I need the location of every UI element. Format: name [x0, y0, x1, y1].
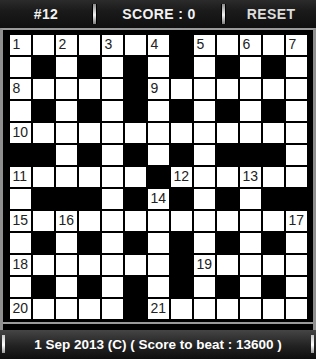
block-cell [125, 101, 146, 121]
letter-cell[interactable]: 3 [102, 35, 123, 55]
block-cell [286, 189, 307, 209]
block-cell [171, 233, 192, 253]
letter-cell[interactable] [217, 35, 238, 55]
letter-cell[interactable] [263, 299, 284, 319]
block-cell [125, 145, 146, 165]
letter-cell[interactable] [217, 79, 238, 99]
letter-cell[interactable] [56, 277, 77, 297]
letter-cell[interactable] [171, 211, 192, 231]
letter-cell[interactable] [148, 277, 169, 297]
block-cell [217, 145, 238, 165]
block-cell [263, 233, 284, 253]
letter-cell[interactable] [240, 57, 261, 77]
letter-cell[interactable] [194, 101, 215, 121]
letter-cell[interactable] [148, 57, 169, 77]
block-cell [33, 57, 54, 77]
letter-cell[interactable] [286, 57, 307, 77]
block-cell [171, 145, 192, 165]
letter-cell[interactable] [79, 167, 100, 187]
date-bar-button[interactable]: 1 Sep 2013 (C) ( Score to beat : 13600 ) [0, 330, 316, 359]
letter-cell[interactable] [79, 255, 100, 275]
board-area: 123456789101112131415161718192021 [0, 28, 316, 330]
block-cell [263, 277, 284, 297]
score-display: SCORE : 0 [97, 0, 221, 28]
reset-button[interactable]: RESET [226, 0, 316, 28]
letter-cell[interactable] [194, 211, 215, 231]
letter-cell[interactable] [56, 145, 77, 165]
letter-cell[interactable] [148, 123, 169, 143]
block-cell [263, 101, 284, 121]
block-cell [171, 35, 192, 55]
letter-cell[interactable] [240, 211, 261, 231]
letter-cell[interactable]: 17 [286, 211, 307, 231]
date-score-label: 1 Sep 2013 (C) ( Score to beat : 13600 ) [34, 337, 282, 352]
letter-cell[interactable] [240, 299, 261, 319]
letter-cell[interactable]: 16 [56, 211, 77, 231]
letter-cell[interactable] [125, 211, 146, 231]
letter-cell[interactable]: 8 [10, 79, 31, 99]
letter-cell[interactable] [56, 57, 77, 77]
block-cell [125, 57, 146, 77]
letter-cell[interactable] [33, 35, 54, 55]
letter-cell[interactable] [33, 299, 54, 319]
letter-cell[interactable] [33, 255, 54, 275]
block-cell [79, 57, 100, 77]
letter-cell[interactable]: 9 [148, 79, 169, 99]
letter-cell[interactable]: 7 [286, 35, 307, 55]
letter-cell[interactable] [102, 277, 123, 297]
letter-cell[interactable] [148, 211, 169, 231]
block-cell [171, 277, 192, 297]
letter-cell[interactable] [194, 57, 215, 77]
letter-cell[interactable] [102, 123, 123, 143]
letter-cell[interactable] [240, 189, 261, 209]
letter-cell[interactable] [286, 233, 307, 253]
block-cell [33, 101, 54, 121]
letter-cell[interactable] [33, 79, 54, 99]
letter-cell[interactable] [286, 167, 307, 187]
letter-cell[interactable] [194, 79, 215, 99]
block-cell [240, 145, 261, 165]
block-cell [217, 233, 238, 253]
crossword-app: #12 SCORE : 0 RESET 12345678910111213141… [0, 0, 316, 359]
letter-cell[interactable] [125, 123, 146, 143]
letter-cell[interactable]: 5 [194, 35, 215, 55]
letter-cell[interactable]: 19 [194, 255, 215, 275]
letter-cell[interactable] [79, 123, 100, 143]
letter-cell[interactable]: 4 [148, 35, 169, 55]
letter-cell[interactable]: 13 [240, 167, 261, 187]
letter-cell[interactable] [286, 255, 307, 275]
letter-cell[interactable]: 14 [148, 189, 169, 209]
letter-cell[interactable] [263, 123, 284, 143]
letter-cell[interactable] [263, 167, 284, 187]
letter-cell[interactable] [194, 123, 215, 143]
letter-cell[interactable]: 2 [56, 35, 77, 55]
letter-cell[interactable]: 6 [240, 35, 261, 55]
top-bar: #12 SCORE : 0 RESET [0, 0, 316, 28]
letter-cell[interactable] [79, 79, 100, 99]
letter-cell[interactable] [79, 35, 100, 55]
block-cell [10, 145, 31, 165]
letter-cell[interactable] [56, 299, 77, 319]
letter-cell[interactable]: 12 [171, 167, 192, 187]
block-cell [125, 189, 146, 209]
block-cell [263, 145, 284, 165]
block-cell [125, 79, 146, 99]
letter-cell[interactable] [217, 255, 238, 275]
block-cell [79, 145, 100, 165]
letter-cell[interactable] [102, 57, 123, 77]
letter-cell[interactable] [194, 189, 215, 209]
letter-cell[interactable] [102, 233, 123, 253]
letter-cell[interactable] [194, 277, 215, 297]
letter-cell[interactable] [79, 299, 100, 319]
block-cell [79, 189, 100, 209]
letter-cell[interactable] [125, 35, 146, 55]
letter-cell[interactable] [10, 189, 31, 209]
letter-cell[interactable] [194, 145, 215, 165]
crossword-grid[interactable]: 123456789101112131415161718192021 [8, 33, 309, 321]
letter-cell[interactable] [286, 299, 307, 319]
block-cell [33, 233, 54, 253]
letter-cell[interactable] [217, 123, 238, 143]
letter-cell[interactable]: 10 [10, 123, 31, 143]
block-cell [79, 233, 100, 253]
letter-cell[interactable] [33, 167, 54, 187]
letter-cell[interactable] [56, 79, 77, 99]
letter-cell[interactable] [171, 123, 192, 143]
letter-cell[interactable] [194, 167, 215, 187]
block-cell [217, 57, 238, 77]
block-cell [217, 189, 238, 209]
letter-cell[interactable] [56, 101, 77, 121]
letter-cell[interactable] [33, 211, 54, 231]
letter-cell[interactable] [240, 79, 261, 99]
letter-cell[interactable] [263, 79, 284, 99]
letter-cell[interactable] [286, 277, 307, 297]
letter-cell[interactable] [286, 123, 307, 143]
letter-cell[interactable] [56, 123, 77, 143]
board-bottom-separator [3, 322, 313, 324]
letter-cell[interactable] [263, 35, 284, 55]
block-cell [148, 167, 169, 187]
letter-cell[interactable] [125, 167, 146, 187]
letter-cell[interactable] [102, 189, 123, 209]
letter-cell[interactable] [171, 79, 192, 99]
block-cell [56, 189, 77, 209]
block-cell [263, 189, 284, 209]
letter-cell[interactable] [240, 255, 261, 275]
letter-cell[interactable] [148, 255, 169, 275]
letter-cell[interactable] [102, 101, 123, 121]
letter-cell[interactable] [102, 255, 123, 275]
block-cell [217, 101, 238, 121]
block-cell [171, 189, 192, 209]
letter-cell[interactable] [56, 233, 77, 253]
letter-cell[interactable] [125, 255, 146, 275]
letter-cell[interactable] [33, 123, 54, 143]
letter-cell[interactable]: 15 [10, 211, 31, 231]
letter-cell[interactable] [240, 277, 261, 297]
block-cell [33, 145, 54, 165]
letter-cell[interactable] [56, 167, 77, 187]
letter-cell[interactable] [194, 233, 215, 253]
letter-cell[interactable]: 21 [148, 299, 169, 319]
letter-cell[interactable] [10, 233, 31, 253]
block-cell [33, 277, 54, 297]
letter-cell[interactable]: 20 [10, 299, 31, 319]
letter-cell[interactable] [102, 167, 123, 187]
letter-cell[interactable] [240, 123, 261, 143]
block-cell [171, 57, 192, 77]
letter-cell[interactable] [148, 233, 169, 253]
left-edge-marker [2, 335, 5, 353]
letter-cell[interactable] [148, 145, 169, 165]
block-cell [217, 277, 238, 297]
letter-cell[interactable] [102, 211, 123, 231]
letter-cell[interactable] [286, 79, 307, 99]
letter-cell[interactable] [171, 299, 192, 319]
block-cell [171, 255, 192, 275]
block-cell [171, 101, 192, 121]
letter-cell[interactable] [263, 211, 284, 231]
letter-cell[interactable] [10, 101, 31, 121]
block-cell [79, 101, 100, 121]
letter-cell[interactable] [79, 211, 100, 231]
letter-cell[interactable] [240, 233, 261, 253]
letter-cell[interactable] [102, 299, 123, 319]
block-cell [263, 57, 284, 77]
letter-cell[interactable] [102, 79, 123, 99]
block-cell [125, 233, 146, 253]
letter-cell[interactable]: 11 [10, 167, 31, 187]
right-edge-marker [311, 335, 314, 353]
letter-cell[interactable] [240, 101, 261, 121]
letter-cell[interactable] [148, 101, 169, 121]
letter-cell[interactable] [217, 299, 238, 319]
block-cell [125, 299, 146, 319]
block-cell [33, 189, 54, 209]
block-cell [125, 277, 146, 297]
letter-cell[interactable]: 18 [10, 255, 31, 275]
letter-cell[interactable] [217, 211, 238, 231]
letter-cell[interactable] [217, 167, 238, 187]
block-cell [79, 277, 100, 297]
letter-cell[interactable] [10, 277, 31, 297]
letter-cell[interactable] [263, 255, 284, 275]
letter-cell[interactable] [286, 145, 307, 165]
puzzle-id-button[interactable]: #12 [0, 0, 92, 28]
letter-cell[interactable] [10, 57, 31, 77]
letter-cell[interactable] [102, 145, 123, 165]
letter-cell[interactable] [194, 299, 215, 319]
letter-cell[interactable] [286, 101, 307, 121]
letter-cell[interactable]: 1 [10, 35, 31, 55]
letter-cell[interactable] [56, 255, 77, 275]
